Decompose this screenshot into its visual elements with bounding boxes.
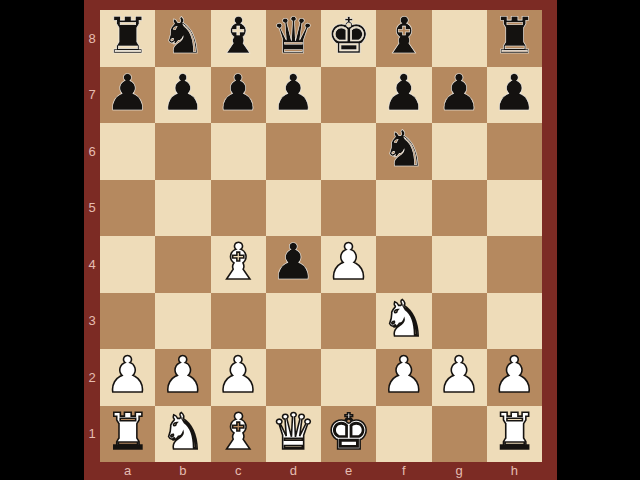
- square-f3[interactable]: ♞: [376, 293, 431, 350]
- square-a7[interactable]: ♟: [100, 67, 155, 124]
- square-c2[interactable]: ♟: [211, 349, 266, 406]
- file-label-d: d: [266, 462, 321, 480]
- piece-black-pawn[interactable]: ♟: [271, 68, 316, 118]
- square-f6[interactable]: ♞: [376, 123, 431, 180]
- piece-white-knight[interactable]: ♞: [381, 294, 426, 344]
- file-label-g: g: [432, 462, 487, 480]
- square-h2[interactable]: ♟: [487, 349, 542, 406]
- square-c7[interactable]: ♟: [211, 67, 266, 124]
- video-frame: 87654321 ♜♞♝♛♚♝♜♟♟♟♟♟♟♟♞♝♟♟♞♟♟♟♟♟♟♜♞♝♛♚♜…: [0, 0, 640, 480]
- square-h8[interactable]: ♜: [487, 10, 542, 67]
- square-e8[interactable]: ♚: [321, 10, 376, 67]
- square-e1[interactable]: ♚: [321, 406, 376, 463]
- square-c5[interactable]: [211, 180, 266, 237]
- square-e5[interactable]: [321, 180, 376, 237]
- square-d3[interactable]: [266, 293, 321, 350]
- square-b1[interactable]: ♞: [155, 406, 210, 463]
- piece-black-pawn[interactable]: ♟: [160, 68, 205, 118]
- square-d8[interactable]: ♛: [266, 10, 321, 67]
- square-h1[interactable]: ♜: [487, 406, 542, 463]
- square-f5[interactable]: [376, 180, 431, 237]
- square-d2[interactable]: [266, 349, 321, 406]
- piece-black-king[interactable]: ♚: [326, 11, 371, 61]
- board-squares: ♜♞♝♛♚♝♜♟♟♟♟♟♟♟♞♝♟♟♞♟♟♟♟♟♟♜♞♝♛♚♜: [100, 10, 542, 462]
- square-g1[interactable]: [432, 406, 487, 463]
- file-label-h: h: [487, 462, 542, 480]
- square-h7[interactable]: ♟: [487, 67, 542, 124]
- piece-black-rook[interactable]: ♜: [105, 11, 150, 61]
- piece-white-pawn[interactable]: ♟: [105, 350, 150, 400]
- rank-label-4: 4: [84, 236, 100, 293]
- square-d1[interactable]: ♛: [266, 406, 321, 463]
- square-g3[interactable]: [432, 293, 487, 350]
- piece-white-pawn[interactable]: ♟: [160, 350, 205, 400]
- square-c4[interactable]: ♝: [211, 236, 266, 293]
- piece-black-knight[interactable]: ♞: [160, 11, 205, 61]
- piece-black-bishop[interactable]: ♝: [381, 11, 426, 61]
- piece-white-rook[interactable]: ♜: [492, 407, 537, 457]
- square-a4[interactable]: [100, 236, 155, 293]
- rank-label-5: 5: [84, 180, 100, 237]
- file-label-a: a: [100, 462, 155, 480]
- rank-labels: 87654321: [84, 10, 100, 462]
- file-label-f: f: [376, 462, 431, 480]
- piece-white-pawn[interactable]: ♟: [216, 350, 261, 400]
- piece-white-pawn[interactable]: ♟: [492, 350, 537, 400]
- piece-black-queen[interactable]: ♛: [271, 11, 316, 61]
- square-c8[interactable]: ♝: [211, 10, 266, 67]
- square-e2[interactable]: [321, 349, 376, 406]
- square-c3[interactable]: [211, 293, 266, 350]
- piece-black-pawn[interactable]: ♟: [381, 68, 426, 118]
- square-c1[interactable]: ♝: [211, 406, 266, 463]
- square-e7[interactable]: [321, 67, 376, 124]
- square-a2[interactable]: ♟: [100, 349, 155, 406]
- file-label-c: c: [211, 462, 266, 480]
- square-f1[interactable]: [376, 406, 431, 463]
- piece-white-queen[interactable]: ♛: [271, 407, 316, 457]
- square-a6[interactable]: [100, 123, 155, 180]
- square-g7[interactable]: ♟: [432, 67, 487, 124]
- piece-black-pawn[interactable]: ♟: [105, 68, 150, 118]
- square-h3[interactable]: [487, 293, 542, 350]
- square-d5[interactable]: [266, 180, 321, 237]
- rank-label-2: 2: [84, 349, 100, 406]
- square-h5[interactable]: [487, 180, 542, 237]
- file-label-b: b: [155, 462, 210, 480]
- square-h4[interactable]: [487, 236, 542, 293]
- square-b8[interactable]: ♞: [155, 10, 210, 67]
- piece-white-bishop[interactable]: ♝: [216, 237, 261, 287]
- square-c6[interactable]: [211, 123, 266, 180]
- square-d4[interactable]: ♟: [266, 236, 321, 293]
- square-b6[interactable]: [155, 123, 210, 180]
- square-d7[interactable]: ♟: [266, 67, 321, 124]
- square-f4[interactable]: [376, 236, 431, 293]
- square-h6[interactable]: [487, 123, 542, 180]
- square-e6[interactable]: [321, 123, 376, 180]
- square-g5[interactable]: [432, 180, 487, 237]
- rank-label-6: 6: [84, 123, 100, 180]
- piece-black-pawn[interactable]: ♟: [216, 68, 261, 118]
- square-b4[interactable]: [155, 236, 210, 293]
- rank-label-7: 7: [84, 67, 100, 124]
- piece-black-knight[interactable]: ♞: [381, 124, 426, 174]
- square-g2[interactable]: ♟: [432, 349, 487, 406]
- piece-black-pawn[interactable]: ♟: [271, 237, 316, 287]
- square-a5[interactable]: [100, 180, 155, 237]
- piece-white-bishop[interactable]: ♝: [216, 407, 261, 457]
- rank-label-3: 3: [84, 293, 100, 350]
- piece-black-pawn[interactable]: ♟: [492, 68, 537, 118]
- square-b2[interactable]: ♟: [155, 349, 210, 406]
- piece-white-rook[interactable]: ♜: [105, 407, 150, 457]
- square-f2[interactable]: ♟: [376, 349, 431, 406]
- square-f7[interactable]: ♟: [376, 67, 431, 124]
- square-a8[interactable]: ♜: [100, 10, 155, 67]
- square-b3[interactable]: [155, 293, 210, 350]
- file-labels: abcdefgh: [100, 462, 542, 480]
- piece-white-king[interactable]: ♚: [326, 407, 371, 457]
- chess-board: 87654321 ♜♞♝♛♚♝♜♟♟♟♟♟♟♟♞♝♟♟♞♟♟♟♟♟♟♜♞♝♛♚♜…: [84, 0, 557, 480]
- piece-white-pawn[interactable]: ♟: [381, 350, 426, 400]
- square-a1[interactable]: ♜: [100, 406, 155, 463]
- square-a3[interactable]: [100, 293, 155, 350]
- square-g8[interactable]: [432, 10, 487, 67]
- square-b5[interactable]: [155, 180, 210, 237]
- square-d6[interactable]: [266, 123, 321, 180]
- piece-black-rook[interactable]: ♜: [492, 11, 537, 61]
- square-e4[interactable]: ♟: [321, 236, 376, 293]
- square-g4[interactable]: [432, 236, 487, 293]
- square-g6[interactable]: [432, 123, 487, 180]
- piece-white-knight[interactable]: ♞: [160, 407, 205, 457]
- file-label-e: e: [321, 462, 376, 480]
- square-e3[interactable]: [321, 293, 376, 350]
- piece-black-pawn[interactable]: ♟: [437, 68, 482, 118]
- square-f8[interactable]: ♝: [376, 10, 431, 67]
- piece-black-bishop[interactable]: ♝: [216, 11, 261, 61]
- rank-label-8: 8: [84, 10, 100, 67]
- piece-white-pawn[interactable]: ♟: [437, 350, 482, 400]
- piece-white-pawn[interactable]: ♟: [326, 237, 371, 287]
- square-b7[interactable]: ♟: [155, 67, 210, 124]
- rank-label-1: 1: [84, 406, 100, 463]
